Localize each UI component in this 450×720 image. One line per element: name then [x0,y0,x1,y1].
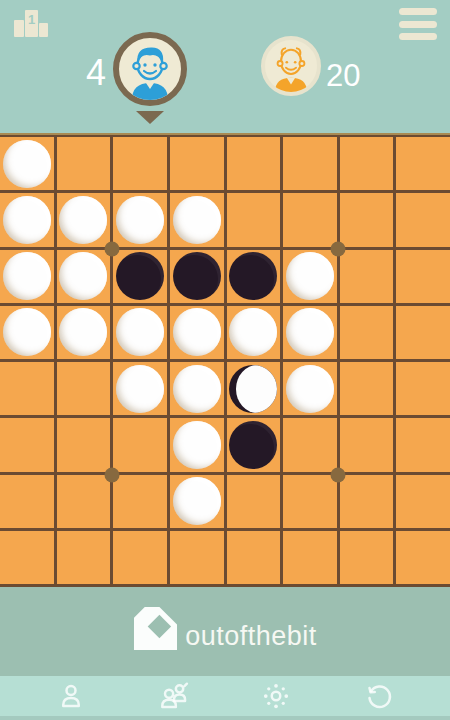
board-cell[interactable] [113,193,167,246]
board-cell[interactable] [283,193,337,246]
board-cell[interactable] [113,531,167,584]
board-cell[interactable] [340,193,394,246]
board-cell[interactable] [113,475,167,528]
board-cell[interactable] [227,475,281,528]
brand-band: outofthebit [0,587,450,676]
board-cell[interactable] [113,362,167,415]
blue-man-face-icon [119,38,181,100]
white-disc [286,308,334,356]
board-cell[interactable] [283,137,337,190]
board-cell[interactable] [227,193,281,246]
settings-sun-icon[interactable] [256,678,296,714]
board-cell[interactable] [170,193,224,246]
board-cell[interactable] [396,250,450,303]
board-cell[interactable] [170,475,224,528]
bottom-strip [0,716,450,720]
two-players-icon[interactable] [154,678,194,714]
board-cell[interactable] [227,531,281,584]
board-cell[interactable] [0,362,54,415]
star-point [105,468,120,483]
board-frame [0,133,450,587]
board-cell[interactable] [340,306,394,359]
board-cell[interactable] [227,306,281,359]
board-cell[interactable] [57,475,111,528]
white-disc [3,140,51,188]
board-cell[interactable] [170,250,224,303]
board-cell[interactable] [227,418,281,471]
hamburger-menu-icon[interactable] [399,8,437,40]
white-disc [286,365,334,413]
board-cell[interactable] [396,475,450,528]
board-cell[interactable] [0,418,54,471]
white-disc [173,477,221,525]
white-disc [3,308,51,356]
board-cell[interactable] [0,250,54,303]
board-cell[interactable] [0,531,54,584]
board-cell[interactable] [283,250,337,303]
board-cell[interactable] [227,137,281,190]
star-point [331,468,346,483]
white-disc [116,365,164,413]
board-cell[interactable] [170,418,224,471]
black-disc [116,252,164,300]
header: 1 4 20 [0,0,450,133]
orange-player-score: 20 [326,58,360,94]
board-cell[interactable] [340,531,394,584]
board-cell[interactable] [283,531,337,584]
board-cell[interactable] [396,531,450,584]
outofthebit-logo-text: outofthebit [185,623,317,650]
board-cell[interactable] [396,418,450,471]
board-cell[interactable] [170,362,224,415]
orange-man-face-icon [265,40,317,92]
board-cell[interactable] [340,475,394,528]
board-cell[interactable] [396,137,450,190]
board-cell[interactable] [57,137,111,190]
board-cell[interactable] [0,306,54,359]
board-cell[interactable] [113,137,167,190]
black-disc [229,421,277,469]
board-cell[interactable] [170,137,224,190]
black-disc [229,252,277,300]
board-cell[interactable] [57,531,111,584]
white-disc [173,308,221,356]
board-cell[interactable] [170,531,224,584]
white-disc [116,196,164,244]
board-cell[interactable] [170,306,224,359]
leaderboard-podium-icon[interactable]: 1 [12,7,50,39]
board [0,135,450,587]
board-cell[interactable] [396,193,450,246]
white-disc [59,308,107,356]
turn-indicator-triangle [136,111,164,124]
board-cell[interactable] [283,362,337,415]
board-cell[interactable] [0,137,54,190]
white-disc [173,365,221,413]
board-cell[interactable] [0,193,54,246]
board-cell[interactable] [57,250,111,303]
white-disc [229,308,277,356]
star-point [105,242,120,257]
blue-player-avatar[interactable] [113,32,187,106]
bottom-toolbar [0,676,450,716]
board-cell[interactable] [396,362,450,415]
board-cell[interactable] [340,418,394,471]
flipping-disc [229,365,277,413]
board-cell[interactable] [0,475,54,528]
white-disc [59,196,107,244]
board-cell[interactable] [57,306,111,359]
board-cell[interactable] [283,475,337,528]
board-cell[interactable] [57,418,111,471]
board-cell[interactable] [283,418,337,471]
white-disc [3,252,51,300]
board-cell[interactable] [113,250,167,303]
white-disc [116,308,164,356]
white-disc [3,196,51,244]
board-cell[interactable] [396,306,450,359]
orange-player-avatar[interactable] [261,36,321,96]
board-cell[interactable] [57,193,111,246]
board-cell[interactable] [113,306,167,359]
board-cell[interactable] [113,418,167,471]
board-cell[interactable] [340,362,394,415]
outofthebit-logo-icon [133,606,178,651]
board-cell[interactable] [340,137,394,190]
star-point [331,242,346,257]
white-disc [173,196,221,244]
white-disc [59,252,107,300]
single-player-icon[interactable] [51,678,91,714]
board-cell[interactable] [227,362,281,415]
board-cell[interactable] [340,250,394,303]
white-disc [286,252,334,300]
restart-icon[interactable] [359,678,399,714]
blue-player-score: 4 [86,52,106,94]
podium-rank-number: 1 [28,12,35,27]
board-cell[interactable] [283,306,337,359]
black-disc [173,252,221,300]
board-cell[interactable] [227,250,281,303]
white-disc [173,421,221,469]
board-cell[interactable] [57,362,111,415]
